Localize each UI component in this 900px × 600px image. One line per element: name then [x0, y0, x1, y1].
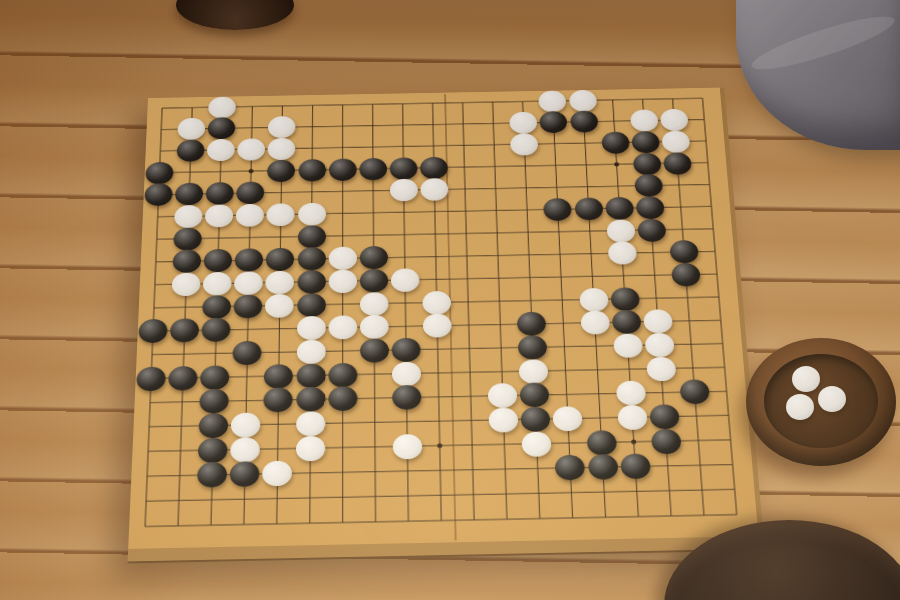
grey-cloth	[736, 0, 900, 150]
black-stone	[297, 293, 326, 317]
white-stone	[360, 292, 389, 316]
white-stone	[422, 290, 451, 314]
captured-white-stone	[786, 394, 814, 420]
white-stone	[298, 202, 326, 225]
black-stone	[671, 263, 701, 287]
black-stone	[359, 158, 387, 181]
black-stone	[298, 159, 326, 182]
black-stone	[610, 287, 640, 311]
black-stone	[605, 197, 634, 220]
white-stone	[569, 89, 597, 111]
white-stone	[296, 339, 325, 363]
black-stone	[296, 363, 325, 388]
white-stone	[606, 219, 635, 242]
black-stone	[360, 338, 389, 362]
go-board-grid	[145, 98, 737, 526]
black-stone	[586, 430, 617, 455]
top-stone-bowl	[176, 0, 294, 30]
captured-white-stone	[792, 366, 820, 392]
black-stone	[637, 218, 667, 241]
black-stone	[390, 157, 418, 180]
white-stone	[328, 269, 356, 293]
white-stone	[393, 434, 423, 459]
photo-go-scene: { "game": "go", "scene": { "description"…	[0, 0, 900, 600]
white-stone-bowl	[746, 338, 896, 466]
black-stone	[329, 158, 357, 181]
black-stone	[360, 269, 388, 293]
black-stone	[297, 270, 325, 294]
white-stone	[295, 435, 325, 461]
black-stone	[298, 225, 326, 248]
white-stone	[579, 287, 609, 311]
white-stone	[613, 333, 643, 357]
black-stone	[420, 156, 448, 179]
white-stone	[392, 361, 421, 386]
black-stone	[631, 131, 660, 153]
black-stone	[635, 196, 664, 219]
go-board	[128, 88, 765, 562]
black-stone	[601, 131, 630, 153]
black-stone	[392, 338, 421, 362]
white-stone	[296, 411, 325, 436]
captured-white-stone	[818, 386, 846, 412]
black-stone	[328, 362, 357, 387]
black-stone	[574, 197, 603, 220]
white-stone	[644, 333, 674, 357]
black-stone	[649, 404, 680, 429]
white-stone	[391, 268, 420, 292]
white-stone	[617, 405, 648, 430]
white-stone	[661, 130, 690, 152]
cloth-fold	[748, 7, 899, 78]
black-stone	[633, 152, 662, 175]
